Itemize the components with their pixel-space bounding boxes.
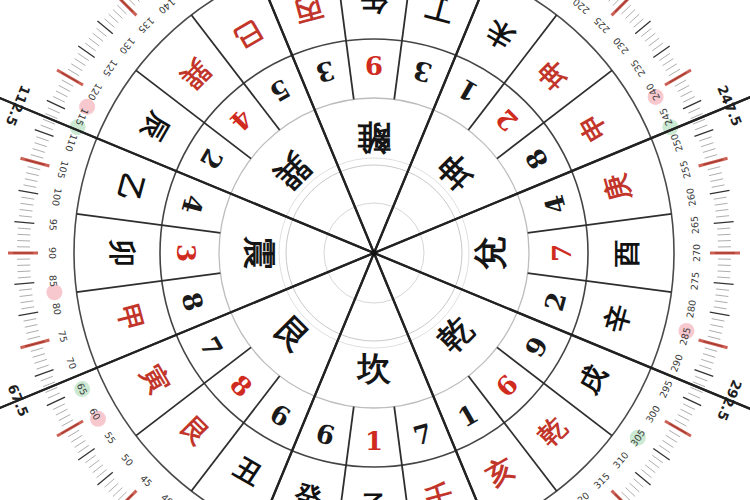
degree-label: 90 [47,247,58,259]
mountain-number-卯: 3 [171,244,201,262]
mountain-char-酉: 酉 [611,240,642,268]
degree-label: 80 [50,302,63,316]
mountain-number-子: 1 [365,426,383,456]
trigram-離: 離 [358,119,392,158]
degree-label: 265 [689,215,702,234]
trigram-震: 震 [240,236,279,270]
center-point [371,250,377,256]
degree-label: 270 [691,244,702,262]
mountain-number-午: 9 [365,50,383,80]
mountain-char-卯: 卯 [107,239,138,267]
mountain-char-子: 子 [360,490,388,500]
mountain-number-酉: 7 [547,244,577,262]
degree-label: 85 [47,275,59,288]
luopan-compass: 0510152025303540455055606570758085909510… [0,0,750,500]
degree-label: 95 [47,218,59,231]
degree-label: 275 [689,272,702,291]
mountain-char-午: 午 [361,0,389,17]
trigram-兌: 兌 [470,237,509,271]
trigram-坎: 坎 [356,349,392,388]
luopan-compass-diagram: 0510152025303540455055606570758085909510… [0,0,750,500]
